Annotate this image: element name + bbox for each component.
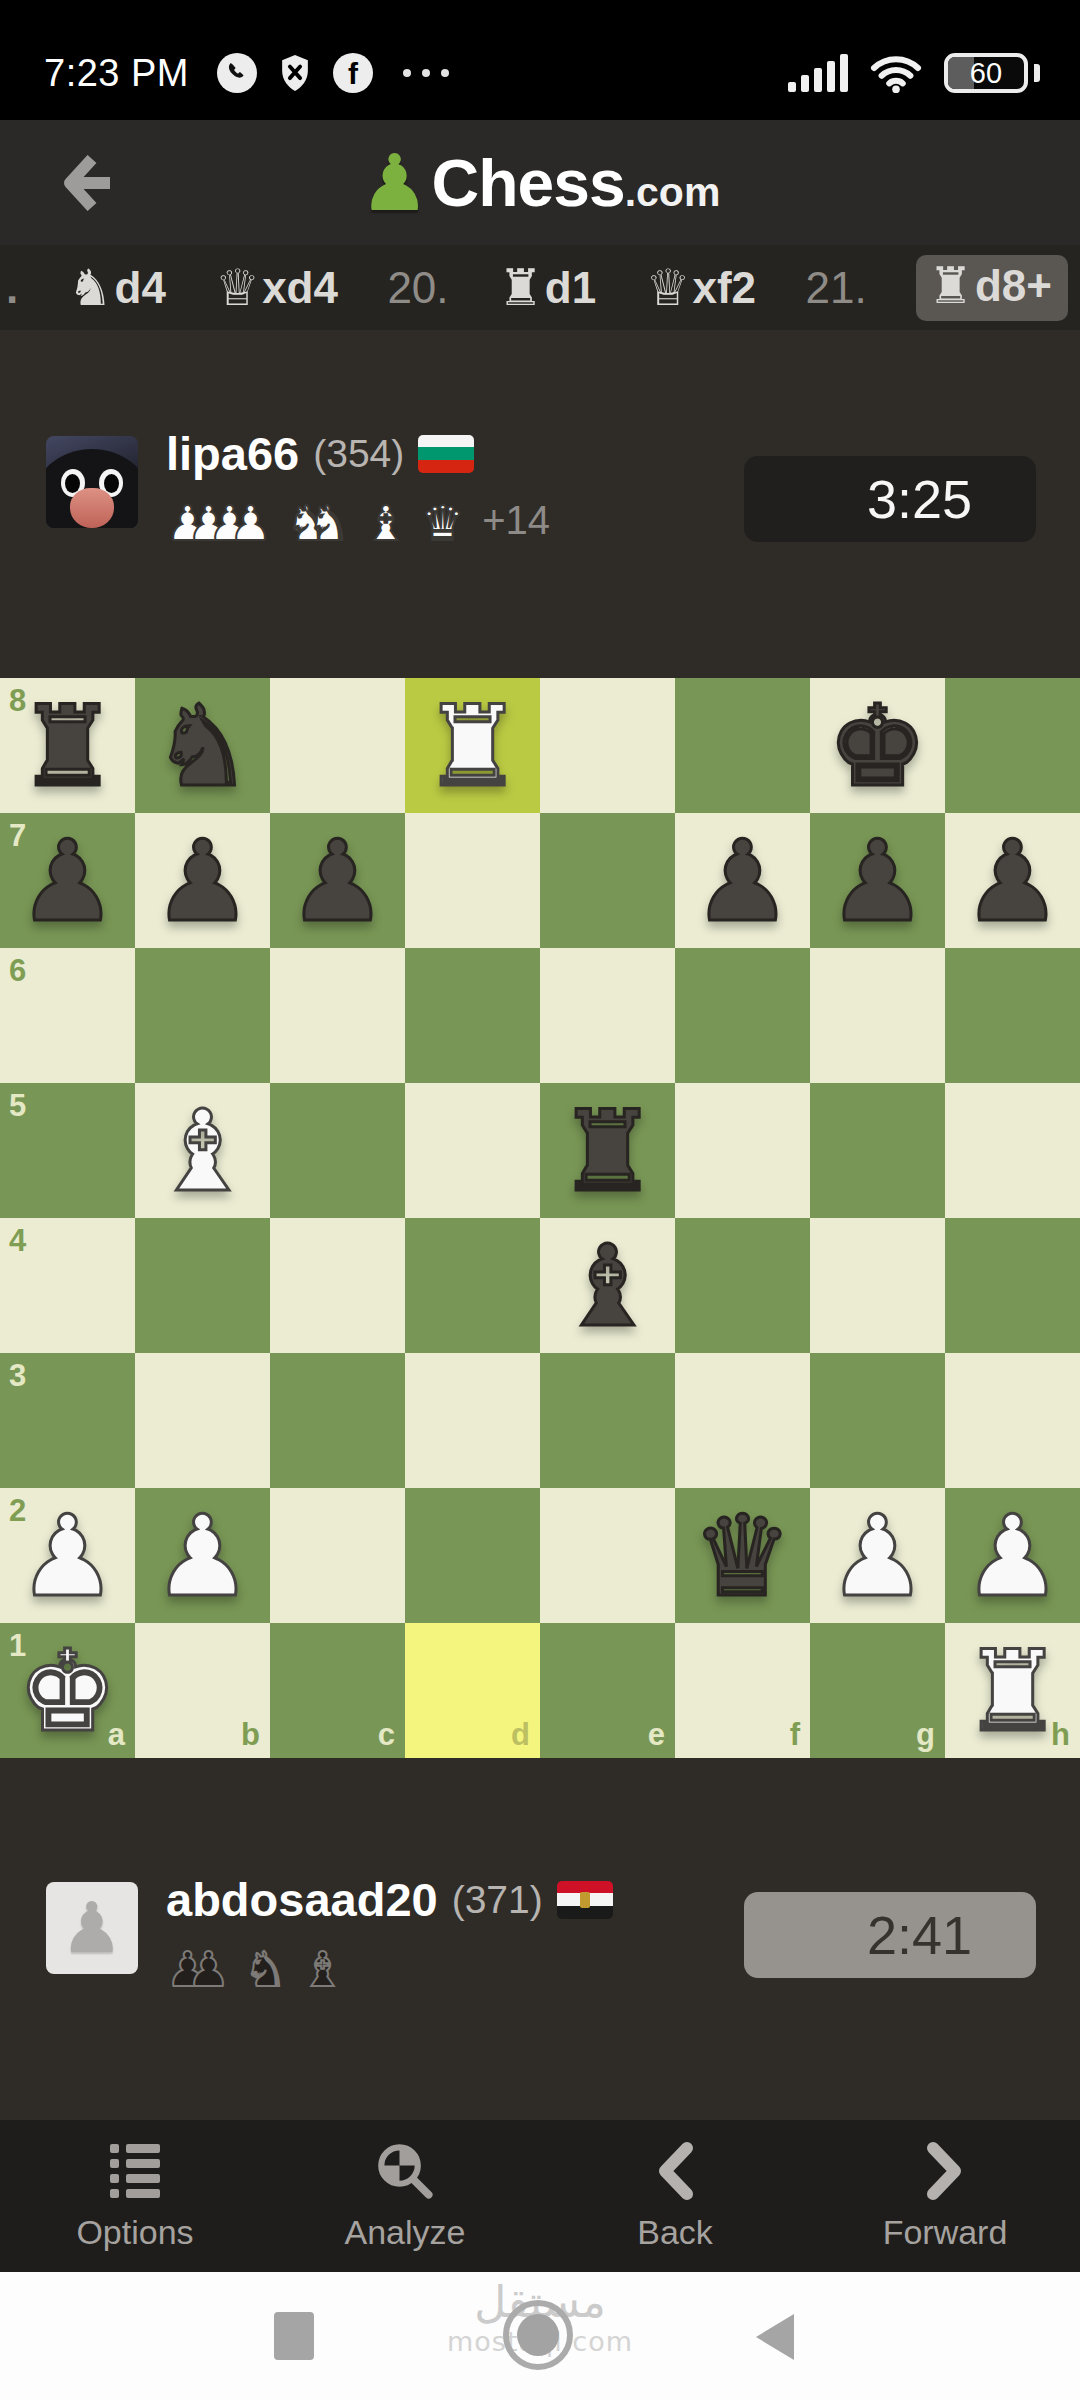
- chesscom-logo: ♟ Chess .com: [360, 145, 721, 221]
- android-recents-button[interactable]: [274, 2312, 314, 2360]
- move-number: 20.: [387, 263, 448, 313]
- square-b1[interactable]: b: [135, 1623, 270, 1758]
- square-a5[interactable]: 5: [0, 1083, 135, 1218]
- square-c7[interactable]: ♟: [270, 813, 405, 948]
- file-label-e: e: [648, 1717, 665, 1753]
- square-g5[interactable]: [810, 1083, 945, 1218]
- square-a7[interactable]: 7♟: [0, 813, 135, 948]
- square-a8[interactable]: 8♜: [0, 678, 135, 813]
- black-q-figurine-icon: ♕: [646, 263, 691, 313]
- square-h4[interactable]: [945, 1218, 1080, 1353]
- white-rook-d8: ♜: [422, 690, 522, 802]
- black-queen-f2: ♛: [692, 1500, 792, 1612]
- battery-nub: [1034, 64, 1040, 82]
- options-button[interactable]: Options: [0, 2120, 270, 2272]
- chevron-left-icon: [655, 2141, 695, 2201]
- square-c6[interactable]: [270, 948, 405, 1083]
- file-label-f: f: [790, 1717, 800, 1753]
- square-d5[interactable]: [405, 1083, 540, 1218]
- top-player-panel: lipa66 (354) ♟♟♟♟♞♞♝♛+14 3:25: [0, 330, 1080, 678]
- square-g7[interactable]: ♟: [810, 813, 945, 948]
- move-text: xd4: [262, 263, 338, 313]
- android-back-button[interactable]: [756, 2314, 794, 2360]
- square-e6[interactable]: [540, 948, 675, 1083]
- black-knight-b8: ♞: [152, 690, 252, 802]
- square-f1[interactable]: f: [675, 1623, 810, 1758]
- square-f7[interactable]: ♟: [675, 813, 810, 948]
- square-c4[interactable]: [270, 1218, 405, 1353]
- rank-label-6: 6: [9, 953, 26, 989]
- square-d6[interactable]: [405, 948, 540, 1083]
- square-b3[interactable]: [135, 1353, 270, 1488]
- more-notifications-icon: [403, 69, 449, 77]
- captured-knights: ♞♞: [286, 499, 350, 547]
- black-pawn-b7: ♟: [152, 825, 252, 937]
- move-Rd1[interactable]: ♜d1: [498, 263, 596, 313]
- captured-queens: ♛: [421, 499, 464, 547]
- square-e4[interactable]: ♝: [540, 1218, 675, 1353]
- phone-screen: 7:23 PM f 60 ♟ Chess .com .♞d4♕xd420.♜d1…: [0, 0, 1080, 2400]
- white-pawn-g2: ♟: [827, 1500, 927, 1612]
- black-pawn-c7: ♟: [287, 825, 387, 937]
- square-f8[interactable]: [675, 678, 810, 813]
- black-pawn-h7: ♟: [962, 825, 1062, 937]
- square-b8[interactable]: ♞: [135, 678, 270, 813]
- square-h3[interactable]: [945, 1353, 1080, 1488]
- wifi-icon: [870, 53, 922, 93]
- top-player-captured-pieces: ♟♟♟♟♞♞♝♛+14: [166, 495, 550, 547]
- white-pawn-a2: ♟: [17, 1500, 117, 1612]
- move-back-button[interactable]: Back: [540, 2120, 810, 2272]
- captured-bishops: ♝: [301, 1945, 344, 1993]
- facebook-icon: f: [333, 53, 373, 93]
- file-label-g: g: [916, 1717, 935, 1753]
- square-e1[interactable]: e: [540, 1623, 675, 1758]
- square-d7[interactable]: [405, 813, 540, 948]
- square-b2[interactable]: ♟: [135, 1488, 270, 1623]
- logo-text: Chess: [432, 145, 625, 221]
- black-king-g8: ♚: [827, 690, 927, 802]
- penguin-beak: [70, 488, 114, 528]
- move-text: d1: [545, 263, 596, 313]
- status-time: 7:23 PM: [44, 52, 189, 95]
- captured-knights: ♞: [244, 1945, 287, 1993]
- bottom-player-avatar[interactable]: ♟: [46, 1882, 138, 1974]
- app-header: ♟ Chess .com: [0, 120, 1080, 245]
- options-list-icon: [110, 2141, 160, 2201]
- move-partial: .: [6, 263, 18, 313]
- rank-label-4: 4: [9, 1223, 26, 1259]
- logo-suffix: .com: [625, 169, 721, 216]
- white-r-figurine-icon: ♜: [928, 261, 973, 311]
- captured-pawns: ♟♟: [166, 1945, 230, 1993]
- square-b6[interactable]: [135, 948, 270, 1083]
- bottom-player-clock: 2:41: [744, 1892, 1036, 1978]
- square-h6[interactable]: [945, 948, 1080, 1083]
- white-pawn-b2: ♟: [152, 1500, 252, 1612]
- square-a6[interactable]: 6: [0, 948, 135, 1083]
- square-f5[interactable]: [675, 1083, 810, 1218]
- analyze-magnifier-icon: [374, 2141, 436, 2201]
- black-pawn-a7: ♟: [17, 825, 117, 937]
- bottom-player-rating: (371): [452, 1878, 543, 1922]
- captured-bishops: ♝: [364, 499, 407, 547]
- square-a4[interactable]: 4: [0, 1218, 135, 1353]
- black-q-figurine-icon: ♕: [215, 263, 260, 313]
- file-label-c: c: [378, 1717, 395, 1753]
- rank-label-3: 3: [9, 1358, 26, 1394]
- square-d4[interactable]: [405, 1218, 540, 1353]
- square-g6[interactable]: [810, 948, 945, 1083]
- file-label-b: b: [241, 1717, 260, 1753]
- move-Nd4[interactable]: ♞d4: [68, 263, 166, 313]
- signal-icon: [788, 54, 848, 92]
- square-e8[interactable]: [540, 678, 675, 813]
- square-h8[interactable]: [945, 678, 1080, 813]
- bottom-player-captured-pieces: ♟♟♞♝: [166, 1941, 613, 1993]
- analyze-button[interactable]: Analyze: [270, 2120, 540, 2272]
- move-list-bar: .♞d4♕xd420.♜d1♕xf221.♜d8+: [0, 245, 1080, 330]
- shield-x-icon: [279, 55, 311, 91]
- top-player-info[interactable]: lipa66 (354) ♟♟♟♟♞♞♝♛+14: [166, 426, 550, 547]
- square-b7[interactable]: ♟: [135, 813, 270, 948]
- bottom-nav-bar: Options Analyze Back Forward: [0, 2120, 1080, 2272]
- square-f6[interactable]: [675, 948, 810, 1083]
- square-c1[interactable]: c: [270, 1623, 405, 1758]
- square-c8[interactable]: [270, 678, 405, 813]
- back-arrow-button[interactable]: [64, 153, 134, 213]
- white-n-figurine-icon: ♞: [68, 263, 113, 313]
- square-a3[interactable]: 3: [0, 1353, 135, 1488]
- black-pawn-g7: ♟: [827, 825, 927, 937]
- square-g2[interactable]: ♟: [810, 1488, 945, 1623]
- square-e3[interactable]: [540, 1353, 675, 1488]
- chess-board: 8♜♞♜♚7♟♟♟♟♟♟65♝♜4♝32♟♟♛♟♟1a♚bcdefgh♜: [0, 678, 1080, 1758]
- top-player-name: lipa66: [166, 426, 299, 481]
- square-a2[interactable]: 2♟: [0, 1488, 135, 1623]
- square-d3[interactable]: [405, 1353, 540, 1488]
- white-pawn-h2: ♟: [962, 1500, 1062, 1612]
- black-pawn-f7: ♟: [692, 825, 792, 937]
- square-d8[interactable]: ♜: [405, 678, 540, 813]
- square-e5[interactable]: ♜: [540, 1083, 675, 1218]
- square-f3[interactable]: [675, 1353, 810, 1488]
- battery-icon: 60: [944, 53, 1028, 93]
- square-b4[interactable]: [135, 1218, 270, 1353]
- square-e2[interactable]: [540, 1488, 675, 1623]
- file-label-d: d: [511, 1717, 530, 1753]
- black-bishop-e4: ♝: [557, 1230, 657, 1342]
- move-text: xf2: [692, 263, 756, 313]
- material-advantage: +14: [482, 498, 550, 547]
- chevron-right-icon: [925, 2141, 965, 2201]
- square-f4[interactable]: [675, 1218, 810, 1353]
- move-forward-button[interactable]: Forward: [810, 2120, 1080, 2272]
- egypt-flag-icon: [557, 1881, 613, 1919]
- move-text: d4: [115, 263, 166, 313]
- move-text: d8+: [975, 261, 1052, 311]
- top-player-avatar[interactable]: [46, 436, 138, 528]
- white-king-a1: ♚: [17, 1635, 117, 1747]
- move-Qxd4[interactable]: ♕xd4: [215, 263, 338, 313]
- square-h1[interactable]: h♜: [945, 1623, 1080, 1758]
- square-c2[interactable]: [270, 1488, 405, 1623]
- bottom-player-info[interactable]: abdosaad20 (371) ♟♟♞♝: [166, 1872, 613, 1993]
- rank-label-5: 5: [9, 1088, 26, 1124]
- square-e7[interactable]: [540, 813, 675, 948]
- square-c5[interactable]: [270, 1083, 405, 1218]
- square-h2[interactable]: ♟: [945, 1488, 1080, 1623]
- square-h7[interactable]: ♟: [945, 813, 1080, 948]
- square-g8[interactable]: ♚: [810, 678, 945, 813]
- square-h5[interactable]: [945, 1083, 1080, 1218]
- white-r-figurine-icon: ♜: [498, 263, 543, 313]
- status-bar: 7:23 PM f 60: [0, 0, 1080, 120]
- white-bishop-b5: ♝: [152, 1095, 252, 1207]
- bulgaria-flag-icon: [418, 435, 474, 473]
- square-b5[interactable]: ♝: [135, 1083, 270, 1218]
- captured-pawns: ♟♟♟♟: [166, 499, 272, 547]
- square-d1[interactable]: d: [405, 1623, 540, 1758]
- square-f2[interactable]: ♛: [675, 1488, 810, 1623]
- square-g1[interactable]: g: [810, 1623, 945, 1758]
- bottom-player-panel: ♟ abdosaad20 (371) ♟♟♞♝ 2:41: [0, 1758, 1080, 2120]
- black-rook-a8: ♜: [17, 690, 117, 802]
- top-player-clock: 3:25: [744, 456, 1036, 542]
- default-pawn-avatar-icon: ♟: [61, 1887, 124, 1969]
- android-home-button[interactable]: [503, 2300, 573, 2370]
- black-rook-e5: ♜: [557, 1095, 657, 1207]
- bottom-player-name: abdosaad20: [166, 1872, 438, 1927]
- square-g3[interactable]: [810, 1353, 945, 1488]
- move-Qxf2[interactable]: ♕xf2: [646, 263, 756, 313]
- square-g4[interactable]: [810, 1218, 945, 1353]
- whatsapp-call-icon: [217, 53, 257, 93]
- android-system-bar: مستقل mostaql.com: [0, 2272, 1080, 2400]
- square-a1[interactable]: 1a♚: [0, 1623, 135, 1758]
- square-d2[interactable]: [405, 1488, 540, 1623]
- square-c3[interactable]: [270, 1353, 405, 1488]
- white-rook-h1: ♜: [962, 1635, 1062, 1747]
- move-Rd8+-current[interactable]: ♜d8+: [916, 255, 1068, 321]
- top-player-rating: (354): [313, 432, 404, 476]
- move-number: 21.: [805, 263, 866, 313]
